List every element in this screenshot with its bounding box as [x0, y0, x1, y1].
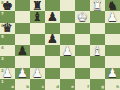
square-e2[interactable]	[60, 68, 75, 79]
square-h7[interactable]: ♟	[105, 11, 120, 22]
rank-label-7: 7	[1, 12, 4, 16]
square-f1[interactable]: f	[75, 79, 90, 90]
square-g3[interactable]	[90, 56, 105, 67]
square-a5[interactable]: 5	[0, 34, 15, 45]
black-pawn-d5[interactable]: ♟	[45, 34, 60, 45]
square-c7[interactable]: ♝	[30, 11, 45, 22]
square-c2[interactable]: ♟	[30, 68, 45, 79]
square-g1[interactable]: g	[90, 79, 105, 90]
white-pawn-c2[interactable]: ♟	[30, 68, 45, 79]
square-f5[interactable]	[75, 34, 90, 45]
square-d7[interactable]: ♟	[45, 11, 60, 22]
black-pawn-d7[interactable]: ♟	[45, 11, 60, 22]
square-g6[interactable]	[90, 23, 105, 34]
white-rook-g8[interactable]: ♜	[90, 0, 105, 11]
square-d1[interactable]: d	[45, 79, 60, 90]
rank-label-5: 5	[1, 35, 4, 39]
square-g2[interactable]	[90, 68, 105, 79]
chess-board: 8♚♜♜♞7♝♟♚♟6♛5♟4♟♟♝32♟♟♟♟1abcdefgh	[0, 0, 120, 90]
square-e8[interactable]	[60, 0, 75, 11]
square-f3[interactable]	[75, 56, 90, 67]
square-b6[interactable]	[15, 23, 30, 34]
white-pawn-e4[interactable]: ♟	[60, 45, 75, 56]
square-g7[interactable]	[90, 11, 105, 22]
square-h2[interactable]: ♟	[105, 68, 120, 79]
square-f6[interactable]	[75, 23, 90, 34]
black-bishop-c7[interactable]: ♝	[30, 11, 45, 22]
square-c1[interactable]: c	[30, 79, 45, 90]
white-king-f7[interactable]: ♚	[75, 11, 90, 22]
square-f7[interactable]: ♚	[75, 11, 90, 22]
square-a4[interactable]: 4	[0, 45, 15, 56]
square-a1[interactable]: 1a	[0, 79, 15, 90]
square-g8[interactable]: ♜	[90, 0, 105, 11]
square-d4[interactable]	[45, 45, 60, 56]
square-e4[interactable]: ♟	[60, 45, 75, 56]
square-d5[interactable]: ♟	[45, 34, 60, 45]
square-b2[interactable]: ♟	[15, 68, 30, 79]
file-label-d: d	[56, 85, 59, 89]
file-label-a: a	[11, 85, 14, 89]
white-pawn-b2[interactable]: ♟	[15, 68, 30, 79]
square-h6[interactable]	[105, 23, 120, 34]
square-c4[interactable]	[30, 45, 45, 56]
rank-label-1: 1	[1, 80, 4, 84]
square-c5[interactable]	[30, 34, 45, 45]
rank-label-3: 3	[1, 57, 4, 61]
square-a8[interactable]: 8♚	[0, 0, 15, 11]
rank-label-4: 4	[1, 46, 4, 50]
square-h4[interactable]	[105, 45, 120, 56]
white-pawn-h2[interactable]: ♟	[105, 68, 120, 79]
square-b8[interactable]	[15, 0, 30, 11]
square-e3[interactable]	[60, 56, 75, 67]
square-e1[interactable]: e	[60, 79, 75, 90]
black-pawn-b4[interactable]: ♟	[15, 45, 30, 56]
square-e7[interactable]	[60, 11, 75, 22]
square-f4[interactable]	[75, 45, 90, 56]
square-d3[interactable]	[45, 56, 60, 67]
file-label-g: g	[101, 85, 104, 89]
file-label-c: c	[42, 85, 44, 89]
file-label-f: f	[87, 85, 89, 89]
square-e6[interactable]	[60, 23, 75, 34]
white-bishop-g4[interactable]: ♝	[90, 45, 105, 56]
square-b4[interactable]: ♟	[15, 45, 30, 56]
square-a6[interactable]: 6♛	[0, 23, 15, 34]
black-king-a8[interactable]: ♚	[0, 0, 15, 11]
square-c6[interactable]	[30, 23, 45, 34]
square-g4[interactable]: ♝	[90, 45, 105, 56]
square-d2[interactable]	[45, 68, 60, 79]
square-h1[interactable]: h	[105, 79, 120, 90]
square-f2[interactable]	[75, 68, 90, 79]
file-label-b: b	[26, 85, 29, 89]
white-pawn-h7[interactable]: ♟	[105, 11, 120, 22]
square-h5[interactable]	[105, 34, 120, 45]
black-queen-a6[interactable]: ♛	[0, 23, 15, 34]
square-a2[interactable]: 2♟	[0, 68, 15, 79]
file-label-h: h	[116, 85, 119, 89]
square-b1[interactable]: b	[15, 79, 30, 90]
white-pawn-a2[interactable]: ♟	[0, 68, 15, 79]
file-label-e: e	[71, 85, 74, 89]
square-b7[interactable]	[15, 11, 30, 22]
